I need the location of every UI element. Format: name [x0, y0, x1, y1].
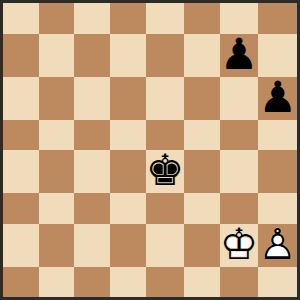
square-a3[interactable]: [3, 193, 39, 224]
square-a1[interactable]: [3, 267, 39, 298]
square-g7[interactable]: ♟: [220, 34, 259, 77]
square-e2[interactable]: [146, 224, 185, 267]
square-d2[interactable]: [110, 224, 146, 267]
square-b4[interactable]: [39, 150, 75, 193]
square-c6[interactable]: [74, 77, 110, 120]
square-g4[interactable]: [220, 150, 259, 193]
white-king-glyph: ♔: [220, 223, 259, 266]
square-d4[interactable]: [110, 150, 146, 193]
square-c4[interactable]: [74, 150, 110, 193]
square-g6[interactable]: [220, 77, 259, 120]
square-g5[interactable]: [220, 120, 259, 151]
square-b7[interactable]: [39, 34, 75, 77]
square-e4[interactable]: ♚: [146, 150, 185, 193]
square-d3[interactable]: [110, 193, 146, 224]
square-a5[interactable]: [3, 120, 39, 151]
white-king: ♚♔: [220, 223, 259, 266]
square-f2[interactable]: [184, 224, 220, 267]
square-h4[interactable]: [258, 150, 297, 193]
square-d7[interactable]: [110, 34, 146, 77]
square-e6[interactable]: [146, 77, 185, 120]
square-h7[interactable]: [258, 34, 297, 77]
square-d1[interactable]: [110, 267, 146, 298]
square-c2[interactable]: [74, 224, 110, 267]
square-c7[interactable]: [74, 34, 110, 77]
square-f4[interactable]: [184, 150, 220, 193]
square-c3[interactable]: [74, 193, 110, 224]
square-d6[interactable]: [110, 77, 146, 120]
square-f3[interactable]: [184, 193, 220, 224]
square-a6[interactable]: [3, 77, 39, 120]
black-pawn: ♟: [220, 33, 259, 76]
square-e8[interactable]: [146, 3, 185, 34]
black-pawn-glyph: ♟: [220, 33, 259, 76]
square-a8[interactable]: [3, 3, 39, 34]
square-h5[interactable]: [258, 120, 297, 151]
board-grid: ♟♟♚♚♔♟♙: [3, 3, 297, 297]
square-d8[interactable]: [110, 3, 146, 34]
square-a7[interactable]: [3, 34, 39, 77]
square-h6[interactable]: ♟: [258, 77, 297, 120]
square-h2[interactable]: ♟♙: [258, 224, 297, 267]
white-pawn-glyph: ♙: [258, 223, 297, 266]
black-pawn: ♟: [258, 76, 297, 119]
black-king: ♚: [146, 149, 185, 192]
square-a2[interactable]: [3, 224, 39, 267]
square-f6[interactable]: [184, 77, 220, 120]
black-king-glyph: ♚: [146, 149, 185, 192]
square-f5[interactable]: [184, 120, 220, 151]
square-a4[interactable]: [3, 150, 39, 193]
black-pawn-glyph: ♟: [258, 76, 297, 119]
square-b5[interactable]: [39, 120, 75, 151]
square-b2[interactable]: [39, 224, 75, 267]
square-f1[interactable]: [184, 267, 220, 298]
square-h8[interactable]: [258, 3, 297, 34]
square-c5[interactable]: [74, 120, 110, 151]
square-b8[interactable]: [39, 3, 75, 34]
square-c8[interactable]: [74, 3, 110, 34]
square-b1[interactable]: [39, 267, 75, 298]
square-e7[interactable]: [146, 34, 185, 77]
white-pawn: ♟♙: [258, 223, 297, 266]
square-g1[interactable]: [220, 267, 259, 298]
square-b6[interactable]: [39, 77, 75, 120]
square-e3[interactable]: [146, 193, 185, 224]
square-c1[interactable]: [74, 267, 110, 298]
square-e1[interactable]: [146, 267, 185, 298]
square-f7[interactable]: [184, 34, 220, 77]
square-d5[interactable]: [110, 120, 146, 151]
square-b3[interactable]: [39, 193, 75, 224]
square-f8[interactable]: [184, 3, 220, 34]
square-g2[interactable]: ♚♔: [220, 224, 259, 267]
chess-board: ♟♟♚♚♔♟♙: [0, 0, 300, 300]
square-h1[interactable]: [258, 267, 297, 298]
